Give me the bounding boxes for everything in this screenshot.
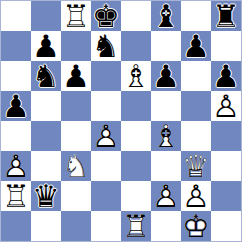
piece-white-rook[interactable]: ♜♖	[61, 1, 91, 31]
white-piece-outline-glyph: ♖	[1, 181, 31, 211]
square-b5[interactable]	[31, 91, 61, 121]
square-d2[interactable]	[91, 181, 121, 211]
square-g4[interactable]	[181, 121, 211, 151]
piece-white-knight[interactable]: ♞♘	[61, 151, 91, 181]
square-f1[interactable]	[151, 211, 181, 241]
piece-white-pawn[interactable]: ♟♙	[1, 151, 31, 181]
white-piece-outline-glyph: ♕	[181, 151, 211, 181]
square-e2[interactable]	[121, 181, 151, 211]
square-b4[interactable]	[31, 121, 61, 151]
square-e7[interactable]	[121, 31, 151, 61]
square-c4[interactable]	[61, 121, 91, 151]
square-h7[interactable]	[211, 31, 241, 61]
white-piece-outline-glyph: ♙	[1, 151, 31, 181]
square-e4[interactable]	[121, 121, 151, 151]
square-h8[interactable]: ♜	[211, 1, 241, 31]
white-piece-outline-glyph: ♔	[181, 211, 211, 241]
piece-white-pawn[interactable]: ♟♙	[151, 181, 181, 211]
piece-black-rook[interactable]: ♜	[211, 1, 241, 31]
piece-white-rook[interactable]: ♜♖	[121, 211, 151, 241]
square-d1[interactable]	[91, 211, 121, 241]
square-e1[interactable]: ♜♖	[121, 211, 151, 241]
square-d8[interactable]: ♚	[91, 1, 121, 31]
piece-black-pawn[interactable]: ♟	[61, 61, 91, 91]
square-c6[interactable]: ♟	[61, 61, 91, 91]
white-piece-outline-glyph: ♙	[91, 121, 121, 151]
white-piece-outline-glyph: ♙	[181, 181, 211, 211]
square-a7[interactable]	[1, 31, 31, 61]
square-g5[interactable]	[181, 91, 211, 121]
piece-black-pawn[interactable]: ♟	[1, 91, 31, 121]
square-g2[interactable]: ♟♙	[181, 181, 211, 211]
piece-white-queen[interactable]: ♛♕	[181, 151, 211, 181]
square-b1[interactable]	[31, 211, 61, 241]
piece-black-pawn[interactable]: ♟	[211, 61, 241, 91]
square-g7[interactable]: ♟	[181, 31, 211, 61]
piece-white-rook[interactable]: ♜♖	[1, 181, 31, 211]
square-f5[interactable]	[151, 91, 181, 121]
piece-white-pawn[interactable]: ♟♙	[91, 121, 121, 151]
square-f2[interactable]: ♟♙	[151, 181, 181, 211]
white-piece-outline-glyph: ♗	[121, 61, 151, 91]
square-d5[interactable]	[91, 91, 121, 121]
square-b8[interactable]	[31, 1, 61, 31]
chess-board: ♜♖♚♝♜♟♞♟♞♟♝♗♟♟♟♟♙♟♙♝♗♟♙♞♘♛♕♜♖♛♟♙♟♙♜♖♚♔	[0, 0, 242, 242]
square-g8[interactable]	[181, 1, 211, 31]
square-e8[interactable]	[121, 1, 151, 31]
piece-black-pawn[interactable]: ♟	[181, 31, 211, 61]
square-f4[interactable]: ♝♗	[151, 121, 181, 151]
square-a5[interactable]: ♟	[1, 91, 31, 121]
white-piece-outline-glyph: ♙	[211, 91, 241, 121]
square-h1[interactable]	[211, 211, 241, 241]
square-e5[interactable]	[121, 91, 151, 121]
square-g6[interactable]	[181, 61, 211, 91]
square-a1[interactable]	[1, 211, 31, 241]
square-c5[interactable]	[61, 91, 91, 121]
piece-black-king[interactable]: ♚	[91, 1, 121, 31]
square-g3[interactable]: ♛♕	[181, 151, 211, 181]
piece-white-bishop[interactable]: ♝♗	[121, 61, 151, 91]
square-h3[interactable]	[211, 151, 241, 181]
square-a4[interactable]	[1, 121, 31, 151]
square-f8[interactable]: ♝	[151, 1, 181, 31]
square-c8[interactable]: ♜♖	[61, 1, 91, 31]
piece-black-pawn[interactable]: ♟	[151, 61, 181, 91]
square-d7[interactable]: ♞	[91, 31, 121, 61]
square-h2[interactable]	[211, 181, 241, 211]
white-piece-outline-glyph: ♘	[61, 151, 91, 181]
square-b7[interactable]: ♟	[31, 31, 61, 61]
piece-black-pawn[interactable]: ♟	[31, 31, 61, 61]
piece-white-bishop[interactable]: ♝♗	[151, 121, 181, 151]
piece-black-queen[interactable]: ♛	[31, 181, 61, 211]
square-f7[interactable]	[151, 31, 181, 61]
piece-black-bishop[interactable]: ♝	[151, 1, 181, 31]
square-a8[interactable]	[1, 1, 31, 31]
white-piece-outline-glyph: ♖	[121, 211, 151, 241]
square-d4[interactable]: ♟♙	[91, 121, 121, 151]
white-piece-outline-glyph: ♖	[61, 1, 91, 31]
white-piece-outline-glyph: ♗	[151, 121, 181, 151]
square-c2[interactable]	[61, 181, 91, 211]
square-a2[interactable]: ♜♖	[1, 181, 31, 211]
piece-white-pawn[interactable]: ♟♙	[181, 181, 211, 211]
square-d3[interactable]	[91, 151, 121, 181]
square-c3[interactable]: ♞♘	[61, 151, 91, 181]
square-e6[interactable]: ♝♗	[121, 61, 151, 91]
square-d6[interactable]	[91, 61, 121, 91]
piece-white-pawn[interactable]: ♟♙	[211, 91, 241, 121]
square-a3[interactable]: ♟♙	[1, 151, 31, 181]
square-c7[interactable]	[61, 31, 91, 61]
square-e3[interactable]	[121, 151, 151, 181]
white-piece-outline-glyph: ♙	[151, 181, 181, 211]
square-h5[interactable]: ♟♙	[211, 91, 241, 121]
square-c1[interactable]	[61, 211, 91, 241]
square-h4[interactable]	[211, 121, 241, 151]
square-b3[interactable]	[31, 151, 61, 181]
piece-black-knight[interactable]: ♞	[31, 61, 61, 91]
piece-black-knight[interactable]: ♞	[91, 31, 121, 61]
piece-white-king[interactable]: ♚♔	[181, 211, 211, 241]
square-b6[interactable]: ♞	[31, 61, 61, 91]
square-b2[interactable]: ♛	[31, 181, 61, 211]
square-a6[interactable]	[1, 61, 31, 91]
square-h6[interactable]: ♟	[211, 61, 241, 91]
square-g1[interactable]: ♚♔	[181, 211, 211, 241]
square-f3[interactable]	[151, 151, 181, 181]
square-f6[interactable]: ♟	[151, 61, 181, 91]
